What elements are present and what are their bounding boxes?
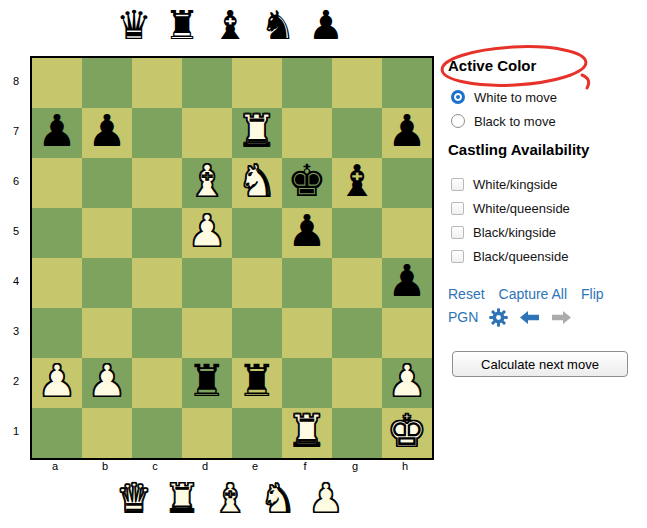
checkbox-icon[interactable] (451, 226, 464, 239)
checkbox-label: Black/queenside (473, 249, 568, 264)
checkbox-label: White/kingside (473, 177, 558, 192)
rank-label-2: 2 (6, 356, 26, 406)
chess-position-editor: ♛♜♝♞♟ 87654321 ♟♟♜♟♝♞♚♝♟♟♟♟♟♜♜♟♜♚ abcdef… (0, 0, 647, 528)
square-a4[interactable] (32, 258, 82, 308)
square-e6[interactable]: ♞ (232, 158, 282, 208)
square-h3[interactable] (382, 308, 432, 358)
rank-label-7: 7 (6, 106, 26, 156)
rank-label-1: 1 (6, 406, 26, 456)
black-pawn-b7[interactable]: ♟ (87, 109, 126, 153)
radio-button-icon[interactable] (451, 90, 465, 104)
square-h7[interactable]: ♟ (382, 108, 432, 158)
spare-white-pawn[interactable]: ♟ (306, 477, 346, 519)
reset-link[interactable]: Reset (448, 286, 485, 302)
redo-arrow-icon[interactable] (551, 310, 572, 325)
checkbox-black-kingside[interactable]: Black/kingside (451, 224, 556, 240)
square-g6[interactable]: ♝ (332, 158, 382, 208)
spare-black-pieces-tray: ♛♜♝♞♟ (114, 4, 346, 46)
square-c4[interactable] (132, 258, 182, 308)
checkbox-icon[interactable] (451, 250, 464, 263)
square-e5[interactable] (232, 208, 282, 258)
square-e4[interactable] (232, 258, 282, 308)
square-b5[interactable] (82, 208, 132, 258)
checkbox-black-queenside[interactable]: Black/queenside (451, 248, 568, 264)
square-f4[interactable] (282, 258, 332, 308)
spare-white-queen[interactable]: ♛ (114, 477, 154, 519)
square-c3[interactable] (132, 308, 182, 358)
spare-white-knight[interactable]: ♞ (258, 477, 298, 519)
file-label-h: h (380, 459, 430, 473)
white-pawn-b2[interactable]: ♟ (87, 359, 126, 403)
capture-all-link[interactable]: Capture All (499, 286, 567, 302)
square-c8[interactable] (132, 58, 182, 108)
square-d6[interactable]: ♝ (182, 158, 232, 208)
square-g7[interactable] (332, 108, 382, 158)
file-labels: abcdefgh (30, 459, 430, 473)
calculate-next-move-button[interactable]: Calculate next move (452, 351, 628, 377)
file-label-g: g (330, 459, 380, 473)
square-h8[interactable] (382, 58, 432, 108)
square-h1[interactable]: ♚ (382, 408, 432, 458)
pgn-link[interactable]: PGN (448, 309, 478, 325)
square-e2[interactable]: ♜ (232, 358, 282, 408)
black-pawn-h4[interactable]: ♟ (387, 259, 426, 303)
square-d7[interactable] (182, 108, 232, 158)
file-label-a: a (30, 459, 80, 473)
active-color-heading: Active Color (448, 57, 536, 74)
black-pawn-a7[interactable]: ♟ (37, 109, 76, 153)
square-e3[interactable] (232, 308, 282, 358)
board: ♟♟♜♟♝♞♚♝♟♟♟♟♟♜♜♟♜♚ (30, 56, 434, 460)
square-f3[interactable] (282, 308, 332, 358)
white-bishop-d6[interactable]: ♝ (187, 159, 226, 203)
radio-white-to-move[interactable]: White to move (451, 89, 557, 105)
black-pawn-f5[interactable]: ♟ (287, 209, 326, 253)
white-pawn-d5[interactable]: ♟ (187, 209, 226, 253)
square-e8[interactable] (232, 58, 282, 108)
square-c6[interactable] (132, 158, 182, 208)
square-b8[interactable] (82, 58, 132, 108)
checkbox-icon[interactable] (451, 178, 464, 191)
square-d5[interactable]: ♟ (182, 208, 232, 258)
square-c5[interactable] (132, 208, 182, 258)
square-a2[interactable]: ♟ (32, 358, 82, 408)
black-pawn-h7[interactable]: ♟ (387, 109, 426, 153)
gear-icon[interactable] (489, 308, 508, 327)
black-rook-e2[interactable]: ♜ (237, 359, 276, 403)
action-links-row: Reset Capture All Flip (448, 286, 604, 302)
checkbox-icon[interactable] (451, 202, 464, 215)
rank-label-6: 6 (6, 156, 26, 206)
square-d1[interactable] (182, 408, 232, 458)
spare-black-rook[interactable]: ♜ (162, 4, 202, 46)
square-b6[interactable] (82, 158, 132, 208)
radio-label: Black to move (474, 114, 556, 129)
square-e1[interactable] (232, 408, 282, 458)
square-f8[interactable] (282, 58, 332, 108)
checkbox-white-queenside[interactable]: White/queenside (451, 200, 570, 216)
square-g2[interactable] (332, 358, 382, 408)
square-b1[interactable] (82, 408, 132, 458)
spare-white-bishop[interactable]: ♝ (210, 477, 250, 519)
radio-label: White to move (474, 90, 557, 105)
file-label-d: d (180, 459, 230, 473)
white-rook-f1[interactable]: ♜ (287, 409, 326, 453)
spare-white-pieces-tray: ♛♜♝♞♟ (114, 477, 346, 519)
checkbox-label: Black/kingside (473, 225, 556, 240)
square-d2[interactable]: ♜ (182, 358, 232, 408)
white-pawn-a2[interactable]: ♟ (37, 359, 76, 403)
checkbox-label: White/queenside (473, 201, 570, 216)
checkbox-white-kingside[interactable]: White/kingside (451, 176, 558, 192)
spare-white-rook[interactable]: ♜ (162, 477, 202, 519)
white-pawn-h2[interactable]: ♟ (387, 359, 426, 403)
square-a1[interactable] (32, 408, 82, 458)
square-d3[interactable] (182, 308, 232, 358)
square-h4[interactable]: ♟ (382, 258, 432, 308)
square-b2[interactable]: ♟ (82, 358, 132, 408)
square-g1[interactable] (332, 408, 382, 458)
black-bishop-g6[interactable]: ♝ (337, 159, 376, 203)
square-b4[interactable] (82, 258, 132, 308)
rank-label-5: 5 (6, 206, 26, 256)
square-c1[interactable] (132, 408, 182, 458)
spare-black-pawn[interactable]: ♟ (306, 4, 346, 46)
black-king-f6[interactable]: ♚ (287, 159, 326, 203)
square-a7[interactable]: ♟ (32, 108, 82, 158)
spare-black-bishop[interactable]: ♝ (210, 4, 250, 46)
square-h2[interactable]: ♟ (382, 358, 432, 408)
pgn-tools-row: PGN (448, 307, 572, 327)
undo-arrow-icon[interactable] (519, 310, 540, 325)
spare-black-knight[interactable]: ♞ (258, 4, 298, 46)
rank-label-3: 3 (6, 306, 26, 356)
square-d4[interactable] (182, 258, 232, 308)
settings-panel: Active Color White to move Black to move… (448, 0, 647, 528)
square-f2[interactable] (282, 358, 332, 408)
square-g4[interactable] (332, 258, 382, 308)
square-h5[interactable] (382, 208, 432, 258)
file-label-e: e (230, 459, 280, 473)
file-label-f: f (280, 459, 330, 473)
rank-label-8: 8 (6, 56, 26, 106)
castling-availability-heading: Castling Availability (448, 141, 589, 158)
square-g3[interactable] (332, 308, 382, 358)
square-c2[interactable] (132, 358, 182, 408)
square-f5[interactable]: ♟ (282, 208, 332, 258)
square-h6[interactable] (382, 158, 432, 208)
white-king-h1[interactable]: ♚ (387, 409, 426, 453)
black-rook-d2[interactable]: ♜ (187, 359, 226, 403)
square-a8[interactable] (32, 58, 82, 108)
square-d8[interactable] (182, 58, 232, 108)
square-f6[interactable]: ♚ (282, 158, 332, 208)
square-e7[interactable]: ♜ (232, 108, 282, 158)
radio-button-icon[interactable] (451, 114, 465, 128)
square-c7[interactable] (132, 108, 182, 158)
rank-label-4: 4 (6, 256, 26, 306)
square-a3[interactable] (32, 308, 82, 358)
square-g5[interactable] (332, 208, 382, 258)
square-a5[interactable] (32, 208, 82, 258)
spare-black-queen[interactable]: ♛ (114, 4, 154, 46)
square-f7[interactable] (282, 108, 332, 158)
white-rook-e7[interactable]: ♜ (237, 109, 276, 153)
radio-black-to-move[interactable]: Black to move (451, 113, 556, 129)
white-knight-e6[interactable]: ♞ (237, 159, 276, 203)
file-label-c: c (130, 459, 180, 473)
rank-labels: 87654321 (6, 56, 26, 456)
flip-link[interactable]: Flip (581, 286, 604, 302)
square-b7[interactable]: ♟ (82, 108, 132, 158)
square-f1[interactable]: ♜ (282, 408, 332, 458)
square-a6[interactable] (32, 158, 82, 208)
file-label-b: b (80, 459, 130, 473)
square-b3[interactable] (82, 308, 132, 358)
square-g8[interactable] (332, 58, 382, 108)
